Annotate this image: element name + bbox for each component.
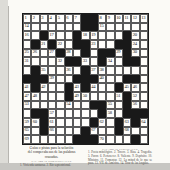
clue-number: 25 xyxy=(25,49,29,54)
grid-cell[interactable] xyxy=(106,31,114,40)
grid-cell[interactable]: 14 xyxy=(23,23,31,32)
grid-cell[interactable] xyxy=(106,23,114,32)
grid-cell[interactable]: 18 xyxy=(81,31,89,40)
grid-cell[interactable] xyxy=(90,109,98,118)
clue-number: 8 xyxy=(99,15,101,20)
grid-cell[interactable] xyxy=(40,49,48,58)
grid-cell[interactable]: 57 xyxy=(48,109,56,118)
clue-number: 2 xyxy=(33,15,35,20)
grid-cell-black xyxy=(40,31,48,40)
clue-number: 6 xyxy=(66,15,68,20)
grid-cell[interactable]: 29 xyxy=(115,49,123,58)
grid-cell-black xyxy=(73,31,81,40)
grid-cell-black xyxy=(90,75,98,84)
grid-cell[interactable] xyxy=(98,92,106,101)
grid-cell-black xyxy=(123,40,131,49)
grid-cell[interactable] xyxy=(31,127,39,136)
clue-number: 53 xyxy=(25,101,29,106)
grid-cell[interactable]: 2 xyxy=(31,14,39,23)
clue-number: 51 xyxy=(116,93,120,98)
grid-cell[interactable]: 44 xyxy=(90,83,98,92)
grid-cell-black xyxy=(90,14,98,23)
grid-cell[interactable] xyxy=(115,135,123,144)
grid-cell[interactable] xyxy=(140,66,148,75)
clue-number: 66 xyxy=(49,127,53,132)
grid-cell[interactable] xyxy=(106,127,114,136)
grid-cell[interactable]: 41 xyxy=(23,83,31,92)
grid-cell[interactable]: 5 xyxy=(56,14,64,23)
clue-number: 28 xyxy=(66,49,70,54)
grid-cell-black xyxy=(115,83,123,92)
grid-cell[interactable] xyxy=(48,83,56,92)
grid-cell[interactable]: 24 xyxy=(131,40,139,49)
grid-cell[interactable]: 36 xyxy=(65,66,73,75)
grid-cell-black xyxy=(31,83,39,92)
grid-cell-black xyxy=(23,75,31,84)
grid-cell[interactable] xyxy=(31,57,39,66)
grid-cell-black xyxy=(81,127,89,136)
grid-cell[interactable]: 54 xyxy=(65,101,73,110)
grid-cell[interactable] xyxy=(106,75,114,84)
clue-number: 39 xyxy=(49,75,53,80)
grid-cell[interactable] xyxy=(73,23,81,32)
clue-number: 54 xyxy=(66,101,70,106)
clue-number: 67 xyxy=(91,127,95,132)
grid-cell[interactable]: 59 xyxy=(23,118,31,127)
grid-cell[interactable] xyxy=(73,66,81,75)
grid-cell[interactable]: 68 xyxy=(123,127,131,136)
grid-cell[interactable] xyxy=(56,101,64,110)
grid-cell[interactable] xyxy=(115,23,123,32)
clue-number: 17 xyxy=(49,32,53,37)
clue-number: 65 xyxy=(25,127,29,132)
grid-cell[interactable]: 63 xyxy=(123,118,131,127)
grid-cell[interactable]: 62 xyxy=(98,118,106,127)
page-left-shade xyxy=(0,0,8,170)
clue-number: 13 xyxy=(141,15,145,20)
grid-cell[interactable]: 27 xyxy=(48,49,56,58)
grid-cell[interactable]: 28 xyxy=(65,49,73,58)
grid-cell[interactable] xyxy=(106,92,114,101)
clue-number: 63 xyxy=(124,119,128,124)
clue-number: 19 xyxy=(91,32,95,37)
grid-cell[interactable] xyxy=(56,109,64,118)
grid-cell-black xyxy=(131,109,139,118)
grid-cell[interactable] xyxy=(140,31,148,40)
clue-number: 15 xyxy=(99,23,103,28)
clue-number: 34 xyxy=(108,58,112,63)
clue-number: 61 xyxy=(49,119,53,124)
grid-cell[interactable] xyxy=(65,127,73,136)
grid-cell[interactable] xyxy=(65,31,73,40)
grid-cell[interactable] xyxy=(48,92,56,101)
grid-cell-black xyxy=(81,14,89,23)
grid-cell[interactable] xyxy=(65,109,73,118)
grid-cell[interactable]: 69 xyxy=(23,135,31,144)
grid-cell[interactable]: 67 xyxy=(90,127,98,136)
grid-cell[interactable]: 47 xyxy=(23,92,31,101)
grid-cell[interactable]: 17 xyxy=(48,31,56,40)
grid-cell-black xyxy=(123,75,131,84)
grid-cell-black xyxy=(81,135,89,144)
grid-cell[interactable]: 37 xyxy=(90,66,98,75)
grid-cell[interactable]: 33 xyxy=(81,57,89,66)
grid-cell[interactable] xyxy=(48,57,56,66)
grid-cell-black xyxy=(81,23,89,32)
grid-cell-black xyxy=(123,57,131,66)
down-clues-text: 1. Poeta mitológico. 2. Torero. 3. Risa.… xyxy=(88,151,152,165)
grid-cell[interactable] xyxy=(81,118,89,127)
grid-cell-black xyxy=(115,40,123,49)
grid-cell[interactable] xyxy=(140,135,148,144)
grid-cell-black xyxy=(123,109,131,118)
grid-cell[interactable]: 61 xyxy=(48,118,56,127)
grid-cell[interactable]: 51 xyxy=(115,92,123,101)
grid-cell[interactable] xyxy=(140,92,148,101)
clue-number: 10 xyxy=(116,15,120,20)
grid-cell[interactable]: 26 xyxy=(31,49,39,58)
grid-cell[interactable] xyxy=(106,66,114,75)
grid-cell-black xyxy=(81,75,89,84)
page-left-rule xyxy=(8,6,9,164)
grid-cell-black xyxy=(123,92,131,101)
grid-cell[interactable] xyxy=(115,109,123,118)
clue-number: 38 xyxy=(99,67,103,72)
clue-number: 20 xyxy=(133,32,137,37)
grid-cell[interactable] xyxy=(98,83,106,92)
grid-cell[interactable] xyxy=(48,66,56,75)
grid-cell[interactable] xyxy=(90,57,98,66)
grid-cell[interactable] xyxy=(65,40,73,49)
grid-cell[interactable]: 16 xyxy=(23,31,31,40)
down-clues-block: PALABRAS VERTICALES 1. Poeta mitológico.… xyxy=(88,147,152,166)
clue-number: 58 xyxy=(108,110,112,115)
clue-number: 11 xyxy=(124,15,128,20)
clue-number: 47 xyxy=(25,93,29,98)
clue-number: 62 xyxy=(99,119,103,124)
grid-cell[interactable]: 30 xyxy=(131,49,139,58)
clue-number: 31 xyxy=(25,58,29,63)
grid-cell[interactable] xyxy=(73,118,81,127)
grid-cell-black xyxy=(90,101,98,110)
newspaper-clipping-page: 1234567891011121314151617181920212223242… xyxy=(0,0,170,170)
grid-cell[interactable] xyxy=(23,40,31,49)
grid-cell-black xyxy=(40,75,48,84)
grid-cell[interactable] xyxy=(40,57,48,66)
grid-cell-black xyxy=(73,135,81,144)
grid-cell[interactable] xyxy=(140,127,148,136)
grid-cell[interactable]: 56 xyxy=(131,101,139,110)
grid-cell[interactable] xyxy=(56,118,64,127)
grid-cell-black xyxy=(40,118,48,127)
grid-cell[interactable] xyxy=(98,40,106,49)
grid-cell[interactable] xyxy=(140,101,148,110)
grid-cell[interactable]: 11 xyxy=(123,14,131,23)
grid-cell-black xyxy=(98,109,106,118)
grid-cell[interactable]: 70 xyxy=(98,135,106,144)
grid-cell-black xyxy=(90,118,98,127)
grid-cell[interactable]: 13 xyxy=(140,14,148,23)
clue-number: 16 xyxy=(25,32,29,37)
grid-cell-black xyxy=(131,75,139,84)
clue-number: 30 xyxy=(133,49,137,54)
grid-cell[interactable]: 43 xyxy=(73,83,81,92)
grid-cell[interactable]: 64 xyxy=(140,118,148,127)
grid-cell-black xyxy=(140,109,148,118)
grid-cell-black xyxy=(65,57,73,66)
grid-cell-black xyxy=(123,49,131,58)
grid-cell[interactable] xyxy=(115,66,123,75)
clue-number: 7 xyxy=(74,15,76,20)
grid-cell[interactable] xyxy=(23,66,31,75)
grid-cell[interactable]: 66 xyxy=(48,127,56,136)
grid-cell[interactable]: 22 xyxy=(56,40,64,49)
clue-number: 3 xyxy=(41,15,43,20)
grid-cell[interactable] xyxy=(56,92,64,101)
grid-cell-black xyxy=(81,66,89,75)
grid-cell[interactable]: 40 xyxy=(98,75,106,84)
clue-number: 46 xyxy=(133,84,137,89)
grid-cell[interactable] xyxy=(140,75,148,84)
grid-cell[interactable] xyxy=(73,101,81,110)
grid-cell[interactable] xyxy=(90,92,98,101)
grid-cell[interactable] xyxy=(73,49,81,58)
grid-cell[interactable]: 12 xyxy=(131,14,139,23)
grid-cell-black xyxy=(31,66,39,75)
grid-cell[interactable] xyxy=(140,83,148,92)
clue-number: 27 xyxy=(49,49,53,54)
grid-cell-black xyxy=(131,135,139,144)
grid-cell[interactable] xyxy=(106,118,114,127)
grid-cell[interactable] xyxy=(31,23,39,32)
grid-cell[interactable] xyxy=(115,75,123,84)
clue-number: 29 xyxy=(116,49,120,54)
grid-cell[interactable] xyxy=(65,75,73,84)
grid-cell[interactable] xyxy=(65,118,73,127)
grid-cell[interactable] xyxy=(23,109,31,118)
grid-cell-black xyxy=(81,83,89,92)
grid-cell[interactable] xyxy=(40,92,48,101)
grid-cell[interactable]: 31 xyxy=(23,57,31,66)
grid-cell[interactable]: 9 xyxy=(106,14,114,23)
clue-number: 40 xyxy=(99,75,103,80)
grid-cell[interactable]: 25 xyxy=(23,49,31,58)
clue-number: 21 xyxy=(41,41,45,46)
grid-cell-black xyxy=(73,75,81,84)
grid-cell[interactable]: 45 xyxy=(123,83,131,92)
grid-cell[interactable] xyxy=(40,135,48,144)
clue-number: 42 xyxy=(41,84,45,89)
grid-cell[interactable]: 49 xyxy=(73,92,81,101)
grid-cell[interactable] xyxy=(115,101,123,110)
grid-cell[interactable] xyxy=(48,135,56,144)
grid-cell-black xyxy=(81,49,89,58)
grid-cell[interactable]: 34 xyxy=(106,57,114,66)
grid-cell[interactable] xyxy=(56,31,64,40)
grid-cell-black xyxy=(115,127,123,136)
grid-cell-black xyxy=(31,40,39,49)
grid-cell[interactable] xyxy=(56,75,64,84)
grid-cell[interactable]: 15 xyxy=(98,23,106,32)
grid-cell-black xyxy=(98,57,106,66)
clue-number: 35 xyxy=(41,67,45,72)
clue-number: 37 xyxy=(91,67,95,72)
clue-number: 14 xyxy=(25,23,29,28)
clue-number: 70 xyxy=(99,136,103,141)
clue-number: 26 xyxy=(33,49,37,54)
clue-number: 1 xyxy=(25,15,27,20)
grid-cell[interactable] xyxy=(140,40,148,49)
grid-cell[interactable]: 48 xyxy=(31,92,39,101)
grid-cell[interactable] xyxy=(81,101,89,110)
grid-cell[interactable] xyxy=(31,31,39,40)
clue-number: 36 xyxy=(66,67,70,72)
grid-cell[interactable] xyxy=(90,49,98,58)
grid-cell[interactable] xyxy=(56,23,64,32)
grid-cell[interactable] xyxy=(98,31,106,40)
grid-cell-black xyxy=(123,31,131,40)
grid-cell[interactable] xyxy=(131,127,139,136)
clue-number: 69 xyxy=(25,136,29,141)
clue-number: 5 xyxy=(58,15,60,20)
grid-cell[interactable] xyxy=(106,83,114,92)
grid-cell[interactable] xyxy=(131,23,139,32)
clue-number: 57 xyxy=(49,110,53,115)
grid-cell-black xyxy=(98,101,106,110)
crossword-grid[interactable]: 1234567891011121314151617181920212223242… xyxy=(22,13,149,145)
grid-cell-black xyxy=(98,49,106,58)
grid-cell[interactable]: 20 xyxy=(131,31,139,40)
clue-number: 64 xyxy=(141,119,145,124)
grid-cell-black xyxy=(40,109,48,118)
grid-cell[interactable] xyxy=(123,23,131,32)
clue-number: 9 xyxy=(108,15,110,20)
clue-number: 60 xyxy=(33,119,37,124)
clue-number: 22 xyxy=(58,41,62,46)
grid-cell[interactable]: 53 xyxy=(23,101,31,110)
grid-cell-black xyxy=(123,101,131,110)
grid-cell-black xyxy=(131,118,139,127)
clue-number: 23 xyxy=(91,41,95,46)
grid-cell[interactable]: 42 xyxy=(40,83,48,92)
grid-cell-black xyxy=(48,40,56,49)
grid-cell[interactable]: 4 xyxy=(48,14,56,23)
clue-number: 33 xyxy=(83,58,87,63)
grid-cell[interactable]: 6 xyxy=(65,14,73,23)
grid-cell[interactable]: 8 xyxy=(98,14,106,23)
clue-number: 55 xyxy=(108,101,112,106)
grid-cell[interactable]: 23 xyxy=(90,40,98,49)
clue-number: 56 xyxy=(133,101,137,106)
grid-cell[interactable] xyxy=(31,101,39,110)
grid-cell-black xyxy=(90,23,98,32)
grid-cell-black xyxy=(31,109,39,118)
grid-cell[interactable] xyxy=(123,66,131,75)
clue-number: 59 xyxy=(25,119,29,124)
grid-cell[interactable] xyxy=(123,135,131,144)
caption-block: Guías o pistas para la solución del romp… xyxy=(20,146,83,167)
clue-number: 43 xyxy=(74,84,78,89)
clue-number: 49 xyxy=(74,93,78,98)
grid-cell-black xyxy=(56,49,64,58)
clue-number: 41 xyxy=(25,84,29,89)
clue-number: 50 xyxy=(83,93,87,98)
grid-cell[interactable] xyxy=(115,57,123,66)
grid-cell[interactable]: 55 xyxy=(106,101,114,110)
grid-cell[interactable] xyxy=(48,23,56,32)
grid-cell[interactable] xyxy=(48,101,56,110)
grid-cell[interactable] xyxy=(65,135,73,144)
caption-line-3: cruzadas. xyxy=(20,155,83,159)
grid-cell[interactable] xyxy=(56,135,64,144)
grid-cell[interactable] xyxy=(56,127,64,136)
grid-cell[interactable]: 52 xyxy=(131,92,139,101)
grid-cell[interactable] xyxy=(40,23,48,32)
grid-cell[interactable] xyxy=(40,101,48,110)
clue-number: 18 xyxy=(83,32,87,37)
grid-cell[interactable] xyxy=(73,109,81,118)
grid-cell[interactable]: 10 xyxy=(115,14,123,23)
clue-number: 44 xyxy=(91,84,95,89)
grid-cell[interactable]: 39 xyxy=(48,75,56,84)
grid-cell[interactable] xyxy=(140,57,148,66)
grid-cell[interactable]: 35 xyxy=(40,66,48,75)
grid-cell[interactable] xyxy=(31,135,39,144)
grid-cell-black xyxy=(131,57,139,66)
grid-cell[interactable]: 19 xyxy=(90,31,98,40)
grid-cell-black xyxy=(31,75,39,84)
grid-cell[interactable]: 50 xyxy=(81,92,89,101)
grid-cell[interactable] xyxy=(56,66,64,75)
grid-cell-black xyxy=(90,135,98,144)
grid-cell[interactable] xyxy=(140,23,148,32)
grid-cell-black xyxy=(40,127,48,136)
grid-cell[interactable]: 32 xyxy=(56,57,64,66)
grid-cell[interactable] xyxy=(98,127,106,136)
grid-cell[interactable]: 60 xyxy=(31,118,39,127)
clue-number: 12 xyxy=(133,15,137,20)
grid-cell[interactable]: 58 xyxy=(106,109,114,118)
clue-number: 24 xyxy=(133,41,137,46)
grid-cell[interactable]: 38 xyxy=(98,66,106,75)
grid-cell[interactable]: 3 xyxy=(40,14,48,23)
grid-cell-black xyxy=(81,40,89,49)
clue-number: 4 xyxy=(49,15,51,20)
grid-cell[interactable]: 65 xyxy=(23,127,31,136)
across-clues-text: 1. Vivienda suntuosa. 2. Río septentrion… xyxy=(20,164,83,168)
grid-cell-black xyxy=(115,118,123,127)
grid-cell-black xyxy=(73,57,81,66)
grid-cell[interactable] xyxy=(56,83,64,92)
grid-cell[interactable] xyxy=(131,66,139,75)
clue-number: 45 xyxy=(124,84,128,89)
grid-cell-black xyxy=(106,49,114,58)
clue-number: 32 xyxy=(58,58,62,63)
grid-cell[interactable] xyxy=(115,31,123,40)
grid-cell[interactable] xyxy=(73,127,81,136)
clue-number: 68 xyxy=(124,127,128,132)
grid-cell[interactable] xyxy=(106,40,114,49)
grid-cell[interactable] xyxy=(65,23,73,32)
grid-cell[interactable]: 21 xyxy=(40,40,48,49)
grid-cell[interactable]: 1 xyxy=(23,14,31,23)
grid-cell[interactable]: 46 xyxy=(131,83,139,92)
grid-cell[interactable] xyxy=(81,109,89,118)
grid-cell[interactable] xyxy=(106,135,114,144)
grid-cell[interactable]: 7 xyxy=(73,14,81,23)
clue-number: 48 xyxy=(33,93,37,98)
grid-cell[interactable] xyxy=(140,49,148,58)
